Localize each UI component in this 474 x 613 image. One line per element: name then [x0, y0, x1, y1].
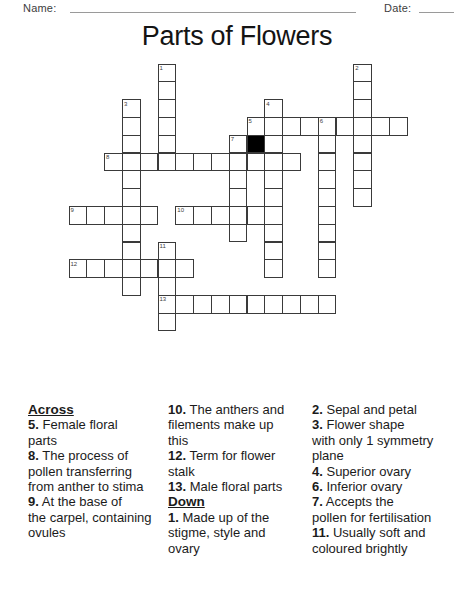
clue-line: coloured brightly [312, 541, 464, 556]
name-line[interactable] [70, 12, 356, 13]
grid-cell[interactable] [140, 259, 159, 278]
clue-line: 4. Superior ovary [312, 464, 464, 479]
grid-cell[interactable] [122, 170, 141, 189]
grid-cell[interactable] [353, 99, 372, 118]
grid-cell[interactable] [175, 206, 194, 225]
grid-cell[interactable] [336, 117, 355, 136]
grid-cell[interactable] [140, 206, 159, 225]
clues-column-2: 10. The anthers andfilements make upthis… [168, 402, 312, 556]
grid-cell[interactable] [158, 295, 177, 314]
clue-line: 13. Male floral parts [168, 479, 312, 494]
clue-line: 11. Usually soft and [312, 525, 464, 540]
grid-cell[interactable] [158, 313, 177, 332]
black-cell [247, 135, 266, 154]
grid-cell[interactable] [193, 153, 212, 172]
grid-cell[interactable] [175, 153, 194, 172]
grid-cell[interactable] [247, 206, 266, 225]
worksheet: Name: Date: Parts of Flowers 12345678910… [0, 0, 474, 613]
grid-cell[interactable] [104, 153, 123, 172]
grid-cell[interactable] [282, 153, 301, 172]
grid-cell[interactable] [282, 295, 301, 314]
clue: 13. Male floral parts [168, 479, 312, 494]
grid-cell[interactable] [122, 224, 141, 243]
clue: 10. The anthers andfilements make upthis [168, 402, 312, 448]
clue-number: 1. [168, 510, 179, 525]
grid-cell[interactable] [353, 153, 372, 172]
date-line[interactable] [419, 12, 454, 13]
grid-cell[interactable] [122, 277, 141, 296]
grid-cell[interactable] [300, 117, 319, 136]
grid-cell[interactable] [389, 117, 408, 136]
grid-cell[interactable] [104, 206, 123, 225]
clue-number: 3. [312, 417, 323, 432]
clue-line: 3. Flower shape [312, 417, 464, 432]
grid-cell[interactable] [122, 135, 141, 154]
clue-line: 10. The anthers and [168, 402, 312, 417]
grid-cell[interactable] [229, 170, 248, 189]
date-label: Date: [384, 2, 411, 14]
grid-cell[interactable] [229, 224, 248, 243]
grid-cell[interactable] [264, 295, 283, 314]
grid-cell[interactable] [353, 81, 372, 100]
grid-cell[interactable] [264, 188, 283, 207]
grid-cell[interactable] [229, 206, 248, 225]
grid-cell[interactable] [264, 170, 283, 189]
grid-cell[interactable] [318, 117, 337, 136]
clue-number: 12. [168, 448, 186, 463]
grid-cell[interactable] [353, 188, 372, 207]
page-title: Parts of Flowers [0, 22, 474, 50]
grid-cell[interactable] [122, 153, 141, 172]
clue: 6. Inferior ovary [312, 479, 464, 494]
grid-cell[interactable] [371, 117, 390, 136]
across-header: Across [28, 402, 168, 417]
grid-cell[interactable] [122, 99, 141, 118]
clue-line: from anther to stima [28, 479, 168, 494]
clue: 9. At the base ofthe carpel, containingo… [28, 494, 168, 540]
clue-line: 9. At the base of [28, 494, 168, 509]
grid-cell[interactable] [211, 153, 230, 172]
grid-cell[interactable] [318, 188, 337, 207]
grid-cell[interactable] [353, 170, 372, 189]
clue-line: 6. Inferior ovary [312, 479, 464, 494]
grid-cell[interactable] [264, 206, 283, 225]
grid-cell[interactable] [300, 295, 319, 314]
grid-cell[interactable] [140, 153, 159, 172]
grid-cell[interactable] [229, 153, 248, 172]
grid-cell[interactable] [264, 99, 283, 118]
grid-cell[interactable] [318, 153, 337, 172]
clue-number: 11. [312, 525, 329, 540]
clue-line: stigme, style and [168, 525, 312, 540]
grid-cell[interactable] [264, 135, 283, 154]
grid-cell[interactable] [158, 153, 177, 172]
grid-cell[interactable] [158, 135, 177, 154]
grid-cell[interactable] [122, 259, 141, 278]
clue: 4. Superior ovary [312, 464, 464, 479]
grid-cell[interactable] [193, 206, 212, 225]
grid-cell[interactable] [282, 117, 301, 136]
clue-line: 5. Female floral [28, 417, 168, 432]
grid-cell[interactable] [211, 206, 230, 225]
grid-cell[interactable] [158, 81, 177, 100]
grid-cell[interactable] [353, 135, 372, 154]
clue-number: 2. [312, 402, 323, 417]
grid-cell[interactable] [318, 206, 337, 225]
grid-cell[interactable] [158, 64, 177, 83]
clue-number: 7. [312, 494, 323, 509]
grid-cell[interactable] [122, 188, 141, 207]
grid-cell[interactable] [158, 99, 177, 118]
grid-cell[interactable] [229, 188, 248, 207]
grid-cell[interactable] [69, 259, 88, 278]
clue-line: with only 1 symmetry [312, 433, 464, 448]
clue-line: filements make up [168, 417, 312, 432]
grid-cell[interactable] [353, 117, 372, 136]
grid-cell[interactable] [158, 277, 177, 296]
clue-line: 12. Term for flower [168, 448, 312, 463]
grid-cell[interactable] [104, 259, 123, 278]
clue-line: ovary [168, 541, 312, 556]
grid-cell[interactable] [247, 117, 266, 136]
clue-line: parts [28, 433, 168, 448]
clue-line: 7. Accepts the [312, 494, 464, 509]
clue-line: plane [312, 448, 464, 463]
grid-cell[interactable] [264, 242, 283, 261]
grid-cell[interactable] [122, 242, 141, 261]
clue-number: 10. [168, 402, 186, 417]
clue-number: 8. [28, 448, 39, 463]
grid-cell[interactable] [318, 224, 337, 243]
clue-number: 13. [168, 479, 186, 494]
clue: 5. Female floralparts [28, 417, 168, 448]
clue-number: 6. [312, 479, 323, 494]
clue-line: 2. Sepal and petal [312, 402, 464, 417]
clue: 7. Accepts thepollen for fertilisation [312, 494, 464, 525]
clue: 8. The process ofpollen transferringfrom… [28, 448, 168, 494]
grid-cell[interactable] [158, 117, 177, 136]
clue-number: 5. [28, 417, 39, 432]
name-label: Name: [23, 2, 56, 14]
grid-cell[interactable] [229, 135, 248, 154]
clue-number: 9. [28, 494, 39, 509]
grid-cell[interactable] [158, 259, 177, 278]
clue: 3. Flower shapewith only 1 symmetryplane [312, 417, 464, 463]
grid-cell[interactable] [318, 242, 337, 261]
clue: 1. Made up of thestigme, style andovary [168, 510, 312, 556]
grid-cell[interactable] [353, 64, 372, 83]
grid-cell[interactable] [158, 242, 177, 261]
grid-cell[interactable] [175, 295, 194, 314]
clue-line: 1. Made up of the [168, 510, 312, 525]
down-header: Down [168, 494, 312, 509]
grid-cell[interactable] [318, 170, 337, 189]
grid-cell[interactable] [264, 117, 283, 136]
grid-cell[interactable] [247, 295, 266, 314]
clue-number: 4. [312, 464, 323, 479]
grid-cell[interactable] [86, 259, 105, 278]
grid-cell[interactable] [318, 259, 337, 278]
grid-cell[interactable] [264, 224, 283, 243]
clue: 11. Usually soft andcoloured brightly [312, 525, 464, 556]
clues-column-3: 2. Sepal and petal3. Flower shapewith on… [312, 402, 464, 556]
grid-cell[interactable] [318, 135, 337, 154]
grid-cell[interactable] [86, 206, 105, 225]
clue-line: 8. The process of [28, 448, 168, 463]
crossword-grid: 12345678910111213 [69, 64, 409, 332]
clue: 2. Sepal and petal [312, 402, 464, 417]
grid-cell[interactable] [193, 295, 212, 314]
clue-line: stalk [168, 464, 312, 479]
clue-line: the carpel, containing [28, 510, 168, 525]
clue: 12. Term for flowerstalk [168, 448, 312, 479]
grid-cell[interactable] [69, 206, 88, 225]
grid-cell[interactable] [264, 153, 283, 172]
grid-cell[interactable] [122, 117, 141, 136]
grid-cell[interactable] [229, 295, 248, 314]
clue-line: this [168, 433, 312, 448]
grid-cell[interactable] [122, 206, 141, 225]
clue-line: ovules [28, 525, 168, 540]
grid-cell[interactable] [175, 259, 194, 278]
clues-column-1: Across5. Female floralparts8. The proces… [28, 402, 168, 541]
clue-line: pollen transferring [28, 464, 168, 479]
grid-cell[interactable] [318, 295, 337, 314]
clue-line: pollen for fertilisation [312, 510, 464, 525]
grid-cell[interactable] [211, 295, 230, 314]
grid-cell[interactable] [264, 259, 283, 278]
grid-cell[interactable] [247, 153, 266, 172]
